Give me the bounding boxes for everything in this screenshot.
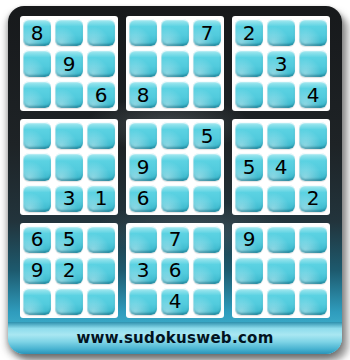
block-3-2: 7364	[126, 223, 224, 318]
cell-r2c1[interactable]	[23, 50, 51, 77]
cell-r4c6[interactable]: 5	[193, 122, 221, 149]
cell-r7c2[interactable]: 5	[55, 226, 83, 253]
cell-r5c4[interactable]: 9	[129, 153, 157, 180]
cell-r7c8[interactable]	[267, 226, 295, 253]
footer-band: www.sudokusweb.com	[8, 322, 342, 354]
cell-r8c6[interactable]	[193, 257, 221, 284]
cell-r1c4[interactable]	[129, 19, 157, 46]
cell-r6c1[interactable]	[23, 185, 51, 212]
cell-r5c3[interactable]	[87, 153, 115, 180]
cell-r4c8[interactable]	[267, 122, 295, 149]
cell-r8c5[interactable]: 6	[161, 257, 189, 284]
cell-r4c9[interactable]	[299, 122, 327, 149]
cell-r5c8[interactable]: 4	[267, 153, 295, 180]
cell-r7c6[interactable]	[193, 226, 221, 253]
block-1-3: 234	[232, 16, 330, 111]
cell-r6c3[interactable]: 1	[87, 185, 115, 212]
cell-r1c6[interactable]: 7	[193, 19, 221, 46]
cell-r4c3[interactable]	[87, 122, 115, 149]
cell-r9c1[interactable]	[23, 288, 51, 315]
cell-r7c3[interactable]	[87, 226, 115, 253]
cell-r5c6[interactable]	[193, 153, 221, 180]
cell-r9c5[interactable]: 4	[161, 288, 189, 315]
cell-r9c3[interactable]	[87, 288, 115, 315]
cell-r6c7[interactable]	[235, 185, 263, 212]
cell-r6c9[interactable]: 2	[299, 185, 327, 212]
cell-r4c2[interactable]	[55, 122, 83, 149]
cell-r8c8[interactable]	[267, 257, 295, 284]
cell-r7c5[interactable]: 7	[161, 226, 189, 253]
cell-r3c7[interactable]	[235, 81, 263, 108]
cell-r7c9[interactable]	[299, 226, 327, 253]
cell-r2c5[interactable]	[161, 50, 189, 77]
cell-r6c2[interactable]: 3	[55, 185, 83, 212]
cell-r3c3[interactable]: 6	[87, 81, 115, 108]
cell-r3c5[interactable]	[161, 81, 189, 108]
cell-r9c2[interactable]	[55, 288, 83, 315]
cell-r1c2[interactable]	[55, 19, 83, 46]
cell-r8c9[interactable]	[299, 257, 327, 284]
block-1-1: 896	[20, 16, 118, 111]
cell-r4c1[interactable]	[23, 122, 51, 149]
cell-r9c4[interactable]	[129, 288, 157, 315]
cell-r6c8[interactable]	[267, 185, 295, 212]
cell-r8c1[interactable]: 9	[23, 257, 51, 284]
cell-r5c7[interactable]: 5	[235, 153, 263, 180]
cell-r2c7[interactable]	[235, 50, 263, 77]
cell-r5c5[interactable]	[161, 153, 189, 180]
cell-r2c8[interactable]: 3	[267, 50, 295, 77]
cell-r2c9[interactable]	[299, 50, 327, 77]
sudoku-board: 8967823431596542659273649	[20, 16, 330, 318]
block-3-3: 9	[232, 223, 330, 318]
cell-r6c5[interactable]	[161, 185, 189, 212]
site-link[interactable]: www.sudokusweb.com	[76, 329, 273, 347]
cell-r3c8[interactable]	[267, 81, 295, 108]
cell-r7c7[interactable]: 9	[235, 226, 263, 253]
cell-r8c4[interactable]: 3	[129, 257, 157, 284]
sudoku-page: 8967823431596542659273649 www.sudokusweb…	[0, 0, 350, 360]
block-2-3: 542	[232, 119, 330, 214]
cell-r1c8[interactable]	[267, 19, 295, 46]
cell-r6c4[interactable]: 6	[129, 185, 157, 212]
cell-r2c6[interactable]	[193, 50, 221, 77]
cell-r9c7[interactable]	[235, 288, 263, 315]
cell-r3c4[interactable]: 8	[129, 81, 157, 108]
cell-r4c7[interactable]	[235, 122, 263, 149]
cell-r1c1[interactable]: 8	[23, 19, 51, 46]
cell-r4c5[interactable]	[161, 122, 189, 149]
cell-r4c4[interactable]	[129, 122, 157, 149]
cell-r5c2[interactable]	[55, 153, 83, 180]
cell-r6c6[interactable]	[193, 185, 221, 212]
cell-r3c9[interactable]: 4	[299, 81, 327, 108]
cell-r1c9[interactable]	[299, 19, 327, 46]
cell-r3c6[interactable]	[193, 81, 221, 108]
block-2-2: 596	[126, 119, 224, 214]
cell-r9c6[interactable]	[193, 288, 221, 315]
cell-r2c3[interactable]	[87, 50, 115, 77]
cell-r8c2[interactable]: 2	[55, 257, 83, 284]
cell-r9c8[interactable]	[267, 288, 295, 315]
cell-r9c9[interactable]	[299, 288, 327, 315]
cell-r7c1[interactable]: 6	[23, 226, 51, 253]
board-frame: 8967823431596542659273649 www.sudokusweb…	[8, 6, 342, 354]
block-2-1: 31	[20, 119, 118, 214]
cell-r8c7[interactable]	[235, 257, 263, 284]
cell-r8c3[interactable]	[87, 257, 115, 284]
block-3-1: 6592	[20, 223, 118, 318]
cell-r1c7[interactable]: 2	[235, 19, 263, 46]
cell-r1c5[interactable]	[161, 19, 189, 46]
cell-r3c2[interactable]	[55, 81, 83, 108]
cell-r7c4[interactable]	[129, 226, 157, 253]
cell-r5c9[interactable]	[299, 153, 327, 180]
cell-r2c4[interactable]	[129, 50, 157, 77]
block-1-2: 78	[126, 16, 224, 111]
cell-r1c3[interactable]	[87, 19, 115, 46]
cell-r2c2[interactable]: 9	[55, 50, 83, 77]
cell-r3c1[interactable]	[23, 81, 51, 108]
cell-r5c1[interactable]	[23, 153, 51, 180]
